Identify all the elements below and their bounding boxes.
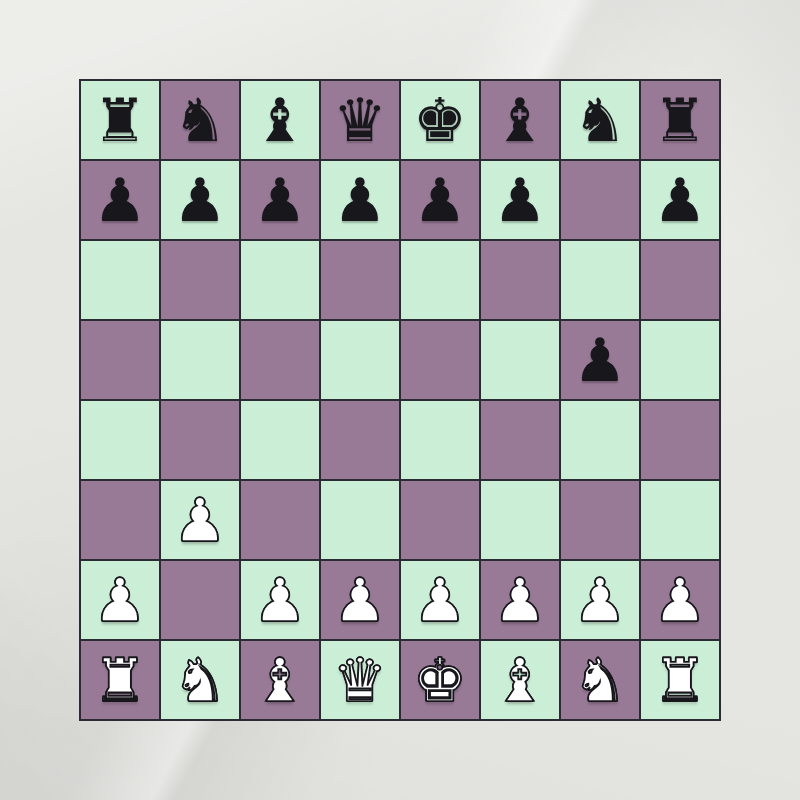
white-pawn-piece[interactable]: ♟	[253, 561, 307, 639]
black-queen-piece[interactable]: ♛	[333, 81, 387, 159]
square-g4[interactable]	[561, 401, 639, 479]
black-rook-piece[interactable]: ♜	[93, 81, 147, 159]
square-f5[interactable]	[481, 321, 559, 399]
app-background: ♜♞♝♛♚♝♞♜♟♟♟♟♟♟♟♟♟♟♟♟♟♟♟♟♜♞♝♛♚♝♞♜	[0, 0, 800, 800]
black-pawn-piece[interactable]: ♟	[493, 161, 547, 239]
white-pawn-piece[interactable]: ♟	[573, 561, 627, 639]
square-b6[interactable]	[161, 241, 239, 319]
square-a1[interactable]: ♜	[81, 641, 159, 719]
white-pawn-piece[interactable]: ♟	[173, 481, 227, 559]
square-f4[interactable]	[481, 401, 559, 479]
black-bishop-piece[interactable]: ♝	[253, 81, 307, 159]
black-knight-piece[interactable]: ♞	[173, 81, 227, 159]
square-d3[interactable]	[321, 481, 399, 559]
square-f3[interactable]	[481, 481, 559, 559]
square-e4[interactable]	[401, 401, 479, 479]
square-f2[interactable]: ♟	[481, 561, 559, 639]
square-e7[interactable]: ♟	[401, 161, 479, 239]
white-queen-piece[interactable]: ♛	[333, 641, 387, 719]
square-a2[interactable]: ♟	[81, 561, 159, 639]
square-a5[interactable]	[81, 321, 159, 399]
square-h3[interactable]	[641, 481, 719, 559]
white-rook-piece[interactable]: ♜	[653, 641, 707, 719]
square-c7[interactable]: ♟	[241, 161, 319, 239]
square-d6[interactable]	[321, 241, 399, 319]
square-a7[interactable]: ♟	[81, 161, 159, 239]
black-pawn-piece[interactable]: ♟	[253, 161, 307, 239]
square-h5[interactable]	[641, 321, 719, 399]
square-g7[interactable]	[561, 161, 639, 239]
square-g2[interactable]: ♟	[561, 561, 639, 639]
square-d4[interactable]	[321, 401, 399, 479]
square-h4[interactable]	[641, 401, 719, 479]
white-rook-piece[interactable]: ♜	[93, 641, 147, 719]
square-b5[interactable]	[161, 321, 239, 399]
black-pawn-piece[interactable]: ♟	[173, 161, 227, 239]
square-d7[interactable]: ♟	[321, 161, 399, 239]
square-e3[interactable]	[401, 481, 479, 559]
square-g5[interactable]: ♟	[561, 321, 639, 399]
square-e1[interactable]: ♚	[401, 641, 479, 719]
white-pawn-piece[interactable]: ♟	[413, 561, 467, 639]
square-b3[interactable]: ♟	[161, 481, 239, 559]
square-d1[interactable]: ♛	[321, 641, 399, 719]
square-g8[interactable]: ♞	[561, 81, 639, 159]
white-pawn-piece[interactable]: ♟	[93, 561, 147, 639]
square-e6[interactable]	[401, 241, 479, 319]
square-b8[interactable]: ♞	[161, 81, 239, 159]
black-pawn-piece[interactable]: ♟	[573, 321, 627, 399]
square-h8[interactable]: ♜	[641, 81, 719, 159]
white-pawn-piece[interactable]: ♟	[653, 561, 707, 639]
white-bishop-piece[interactable]: ♝	[493, 641, 547, 719]
square-e2[interactable]: ♟	[401, 561, 479, 639]
square-b7[interactable]: ♟	[161, 161, 239, 239]
black-bishop-piece[interactable]: ♝	[493, 81, 547, 159]
square-b2[interactable]	[161, 561, 239, 639]
black-pawn-piece[interactable]: ♟	[93, 161, 147, 239]
square-c6[interactable]	[241, 241, 319, 319]
square-g3[interactable]	[561, 481, 639, 559]
square-b4[interactable]	[161, 401, 239, 479]
square-a3[interactable]	[81, 481, 159, 559]
square-e8[interactable]: ♚	[401, 81, 479, 159]
square-c1[interactable]: ♝	[241, 641, 319, 719]
white-knight-piece[interactable]: ♞	[173, 641, 227, 719]
square-d8[interactable]: ♛	[321, 81, 399, 159]
square-h6[interactable]	[641, 241, 719, 319]
square-g1[interactable]: ♞	[561, 641, 639, 719]
square-d5[interactable]	[321, 321, 399, 399]
black-pawn-piece[interactable]: ♟	[333, 161, 387, 239]
black-rook-piece[interactable]: ♜	[653, 81, 707, 159]
square-h1[interactable]: ♜	[641, 641, 719, 719]
square-f6[interactable]	[481, 241, 559, 319]
square-a4[interactable]	[81, 401, 159, 479]
square-e5[interactable]	[401, 321, 479, 399]
chess-board: ♜♞♝♛♚♝♞♜♟♟♟♟♟♟♟♟♟♟♟♟♟♟♟♟♜♞♝♛♚♝♞♜	[79, 79, 721, 721]
square-d2[interactable]: ♟	[321, 561, 399, 639]
square-f8[interactable]: ♝	[481, 81, 559, 159]
white-bishop-piece[interactable]: ♝	[253, 641, 307, 719]
square-c5[interactable]	[241, 321, 319, 399]
square-c2[interactable]: ♟	[241, 561, 319, 639]
white-pawn-piece[interactable]: ♟	[333, 561, 387, 639]
square-a8[interactable]: ♜	[81, 81, 159, 159]
white-pawn-piece[interactable]: ♟	[493, 561, 547, 639]
black-knight-piece[interactable]: ♞	[573, 81, 627, 159]
black-king-piece[interactable]: ♚	[413, 81, 467, 159]
square-g6[interactable]	[561, 241, 639, 319]
white-king-piece[interactable]: ♚	[413, 641, 467, 719]
square-h7[interactable]: ♟	[641, 161, 719, 239]
square-c8[interactable]: ♝	[241, 81, 319, 159]
square-f1[interactable]: ♝	[481, 641, 559, 719]
black-pawn-piece[interactable]: ♟	[653, 161, 707, 239]
black-pawn-piece[interactable]: ♟	[413, 161, 467, 239]
square-f7[interactable]: ♟	[481, 161, 559, 239]
square-b1[interactable]: ♞	[161, 641, 239, 719]
square-c3[interactable]	[241, 481, 319, 559]
square-h2[interactable]: ♟	[641, 561, 719, 639]
white-knight-piece[interactable]: ♞	[573, 641, 627, 719]
square-c4[interactable]	[241, 401, 319, 479]
square-a6[interactable]	[81, 241, 159, 319]
